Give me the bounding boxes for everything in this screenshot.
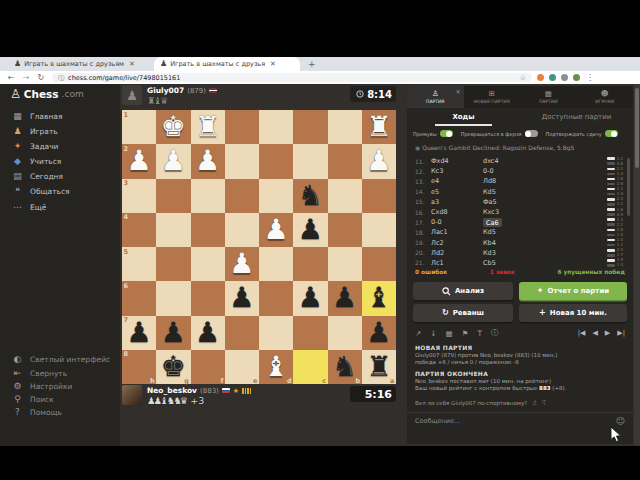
piece-white-pawn-g2[interactable]: ♟ — [156, 144, 190, 178]
square-f2[interactable]: ♟ — [191, 144, 225, 178]
move-time: 1.6 — [607, 208, 623, 212]
square-g8[interactable]: g♚ — [156, 350, 190, 384]
player-avatar[interactable] — [122, 385, 142, 405]
move-number: 11. — [415, 158, 431, 165]
square-c8[interactable]: c — [293, 350, 327, 384]
piece-black-pawn-c4[interactable]: ♟ — [293, 213, 327, 247]
rank-label: 8 — [124, 350, 129, 358]
square-d6[interactable] — [259, 281, 293, 315]
square-c2[interactable] — [293, 144, 327, 178]
chat-divider — [407, 412, 633, 413]
move-row: 15.a3Фa52.41.2 — [407, 197, 633, 207]
sidebar-item-label: Задачи — [30, 142, 59, 151]
screenshot-root: ♟ Играть в шахматы с друзьям ✕ ♟ Играть … — [0, 0, 640, 480]
browser-tab-2-active[interactable]: ♟ Играть в шахматы с друзья ✕ — [154, 57, 300, 71]
square-h3[interactable]: 3 — [122, 179, 156, 213]
toggle-switch[interactable] — [525, 130, 538, 137]
white-move[interactable]: 0-0 — [431, 218, 483, 226]
square-e1[interactable] — [225, 110, 259, 144]
new-game-header: НОВАЯ ПАРТИЯ — [415, 344, 472, 351]
square-c7[interactable] — [293, 316, 327, 350]
move-number: 17. — [415, 219, 431, 226]
search-icon: ⚲ — [12, 395, 23, 404]
move-number: 19. — [415, 239, 431, 246]
move-time: 1.2 — [607, 202, 623, 206]
logo-brand-text: Chess — [24, 88, 59, 100]
text-icon[interactable]: Т — [477, 329, 482, 338]
pawn-logo-icon: ♙ — [10, 87, 21, 101]
captured-pieces-by-white: ♜♝♛ — [147, 96, 167, 106]
browser-toolbar: ← → ↻ ⓘ chess.com/game/live/7498015161 ☆… — [0, 71, 640, 84]
black-move[interactable]: Лd8 — [483, 177, 535, 185]
move-number: 21. — [415, 259, 431, 266]
white-move[interactable]: Фxd4 — [431, 157, 483, 165]
smiley-icon[interactable]: ☺ — [616, 416, 625, 426]
black-clock-time: 5:16 — [365, 388, 392, 401]
square-g2[interactable]: ♟ — [156, 144, 190, 178]
sidebar-item-label: Светлый интерфейс — [30, 355, 110, 364]
square-d7[interactable] — [259, 316, 293, 350]
square-f3[interactable] — [191, 179, 225, 213]
review-stat[interactable]: 6 упущенных побед — [557, 269, 625, 275]
board-image-icon[interactable]: ▦ — [446, 329, 453, 338]
sidebar-item-Задачи[interactable]: ✦Задачи — [12, 139, 59, 153]
game-panel: ♙ПАРТИЯ✕⊞НОВАЯ ПАРТИЯ▦ПАРТИИ☻ИГРОКИ Ходы… — [407, 86, 633, 444]
move-row: 18.Лac1Кd52.81.5 — [407, 227, 633, 237]
site-sidebar: ♙ Chess .com ▦Главная♟Играть✦Задачи◆Учит… — [0, 84, 120, 446]
subtab-Доступные партии[interactable]: Доступные партии — [520, 110, 633, 126]
logo-tld-text: .com — [62, 89, 84, 99]
opponent-bar: ♟ Giuly007 (879) ♜♝♛ 8:14 — [122, 85, 396, 107]
analysis-button[interactable]: Анализ — [413, 282, 513, 300]
toggle-label: Премувы — [413, 131, 437, 137]
panel-subtabs: ХодыДоступные партии — [407, 110, 633, 126]
board-icon: ▦ — [12, 112, 23, 121]
piece-black-bishop-a6[interactable]: ♝ — [362, 281, 396, 315]
sidebar-item-label: Свернуть — [30, 369, 67, 378]
white-move[interactable]: Кc3 — [431, 167, 483, 175]
piece-black-rook-a8[interactable]: ♜ — [362, 350, 396, 384]
today-icon: ▤ — [12, 172, 23, 181]
extension-icon[interactable] — [549, 74, 556, 81]
move-row: 12.Кc30-02.11.4 — [407, 166, 633, 176]
rematch-icon: ↻ — [442, 309, 449, 317]
puzzle-icon: ✦ — [12, 142, 23, 151]
magnifier-icon — [442, 287, 451, 296]
streak-bars-icon — [242, 388, 251, 394]
piece-white-pawn-a2[interactable]: ♟ — [362, 144, 396, 178]
square-h2[interactable]: 2♟ — [122, 144, 156, 178]
sidebar-item-Учиться[interactable]: ◆Учиться — [12, 154, 61, 168]
rank-label: 3 — [124, 179, 129, 187]
bookmark-star-icon[interactable]: ☆ — [520, 74, 526, 82]
piece-white-pawn-h2[interactable]: ♟ — [122, 144, 156, 178]
square-d1[interactable] — [259, 110, 293, 144]
move-times: 1.60.9 — [607, 207, 623, 217]
square-a5[interactable] — [362, 247, 396, 281]
sidebar-item-Общаться[interactable]: ❝Общаться — [12, 184, 70, 198]
square-e5[interactable]: ♟ — [225, 247, 259, 281]
move-row: 19.Лc2Кb41.41.1 — [407, 238, 633, 248]
square-h8[interactable]: 8h — [122, 350, 156, 384]
new-tab-button[interactable]: + — [308, 59, 316, 69]
players-icon: ☻ — [601, 90, 609, 98]
square-f7[interactable]: ♟ — [191, 316, 225, 350]
move-number: 16. — [415, 209, 431, 216]
move-row: 16.Сxd8Кxc31.60.9 — [407, 207, 633, 217]
piece-black-pawn-c6[interactable]: ♟ — [293, 281, 327, 315]
move-times: 2.81.5 — [607, 227, 623, 237]
move-times: 1.91.3 — [607, 258, 623, 268]
piece-black-pawn-b6[interactable]: ♟ — [328, 281, 362, 315]
jump-end-icon[interactable]: ▶| — [617, 329, 625, 337]
opponent-rating: (879) — [187, 87, 206, 95]
piece-black-pawn-a7[interactable]: ♟ — [362, 316, 396, 350]
new-game-line1: Giuly007 (879) против Neo_beskov (883) (… — [415, 352, 625, 358]
sidebar-item-label: Помощь — [30, 408, 62, 417]
piece-black-knight-c3[interactable]: ♞ — [293, 179, 327, 213]
square-d3[interactable] — [259, 179, 293, 213]
file-label: c — [322, 377, 326, 385]
panel-tab-ИГРОКИ[interactable]: ☻ИГРОКИ — [577, 86, 634, 108]
square-e8[interactable]: e — [225, 350, 259, 384]
new-game-button[interactable]: + Новая 10 мин. — [519, 304, 627, 322]
square-f6[interactable] — [191, 281, 225, 315]
move-times: 1.82.6 — [607, 176, 623, 186]
black-move[interactable]: 0-0 — [483, 167, 535, 175]
rank-label: 5 — [124, 248, 129, 256]
move-times: 1.41.1 — [607, 238, 623, 248]
sidebar-item-Настройки[interactable]: ⚙Настройки — [12, 379, 72, 393]
toggle-label: Превращаться в ферзя — [461, 131, 522, 137]
square-a1[interactable]: ♜ — [362, 110, 396, 144]
new-game-line2: победа +8 / ничья 0 / поражение -8 — [415, 359, 625, 365]
opponent-name[interactable]: Giuly007 — [147, 86, 184, 95]
black-move[interactable]: Сa6 — [483, 218, 535, 226]
square-c1[interactable] — [293, 110, 327, 144]
player-bar: Neo_beskov (883) ★ ♟♟♝♞♞♛+3 5:16 — [122, 385, 396, 407]
square-h4[interactable]: 4 — [122, 213, 156, 247]
rank-label: 6 — [124, 282, 129, 290]
lock-icon: ⓘ — [58, 75, 64, 81]
chat-placeholder: Сообщение... — [415, 417, 616, 425]
mouse-cursor — [610, 426, 622, 446]
white-clock-time: 8:14 — [367, 89, 392, 100]
sportsmanship-question: Вел ли себя Giuly007 по-спортивному? — [415, 400, 527, 406]
square-c4[interactable]: ♟ — [293, 213, 327, 247]
square-d8[interactable]: d♝ — [259, 350, 293, 384]
piece-black-pawn-h7[interactable]: ♟ — [122, 316, 156, 350]
panel-toggles: ПремувыПревращаться в ферзяПодтверждать … — [413, 130, 627, 137]
chesscom-logo[interactable]: ♙ Chess .com — [10, 87, 84, 101]
tab-title: Играть в шахматы с друзьям — [24, 60, 124, 68]
reload-icon[interactable]: ↻ — [37, 73, 44, 82]
flag-icon[interactable]: ⚑ — [462, 329, 469, 338]
browser-menu-icon[interactable]: ⋮ — [586, 73, 594, 82]
square-c5[interactable] — [293, 247, 327, 281]
toggle-Превращаться в ферзя: Превращаться в ферзя — [461, 130, 538, 137]
player-name[interactable]: Neo_beskov — [147, 386, 197, 395]
piece-black-pawn-g7[interactable]: ♟ — [156, 316, 190, 350]
square-d5[interactable] — [259, 247, 293, 281]
more-icon: ⋯ — [12, 203, 23, 212]
sidebar-item-Помощь[interactable]: ?Помощь — [12, 405, 62, 419]
black-move[interactable]: Сb5 — [483, 259, 535, 267]
step-back-icon[interactable]: ◀ — [592, 329, 597, 337]
game-over-header: ПАРТИЯ ОКОНЧЕНА — [415, 370, 488, 377]
panel-tab-ПАРТИИ[interactable]: ▦ПАРТИИ — [520, 86, 577, 108]
square-c3[interactable]: ♞ — [293, 179, 327, 213]
move-list-scrollbar[interactable] — [627, 158, 630, 216]
square-a4[interactable] — [362, 213, 396, 247]
sidebar-item-label: Поиск — [30, 395, 54, 404]
grid-icon: ▦ — [545, 90, 552, 98]
player-rating: (883) — [200, 387, 219, 395]
square-a2[interactable]: ♟ — [362, 144, 396, 178]
toggle-label: Подтверждать сдачу — [546, 131, 602, 137]
chat-input[interactable]: Сообщение... ☺ — [415, 416, 625, 426]
forward-icon[interactable]: → — [23, 73, 30, 82]
square-g6[interactable] — [156, 281, 190, 315]
move-row: 14.e5Кd51.11.9 — [407, 187, 633, 197]
black-move[interactable]: Кb4 — [483, 239, 535, 247]
rematch-button[interactable]: ↻ Реванш — [413, 304, 513, 322]
white-clock: 8:14 — [350, 86, 396, 102]
square-e2[interactable] — [225, 144, 259, 178]
piece-black-pawn-e6[interactable]: ♟ — [225, 281, 259, 315]
page-scrollbar[interactable] — [634, 84, 640, 446]
sidebar-item-label: Настройки — [30, 382, 72, 391]
rank-label: 1 — [124, 111, 129, 119]
sidebar-item-label: Главная — [30, 112, 62, 121]
black-move[interactable]: Кd5 — [483, 188, 535, 196]
white-move[interactable]: a3 — [431, 198, 483, 206]
move-number: 18. — [415, 229, 431, 236]
square-h6[interactable]: 6 — [122, 281, 156, 315]
square-b6[interactable]: ♟ — [328, 281, 362, 315]
black-move[interactable]: Кxc3 — [483, 208, 535, 216]
square-f1[interactable]: ♜ — [191, 110, 225, 144]
square-g7[interactable]: ♟ — [156, 316, 190, 350]
piece-black-king-g8[interactable]: ♚ — [156, 350, 190, 384]
chess-favicon: ♟ — [14, 60, 21, 68]
square-e6[interactable]: ♟ — [225, 281, 259, 315]
piece-white-rook-a1[interactable]: ♜ — [362, 110, 396, 144]
opening-name[interactable]: ◉ Queen's Gambit Declined: Ragozin Defen… — [415, 144, 625, 151]
square-d4[interactable]: ♟ — [259, 213, 293, 247]
sportsmanship-row: Вел ли себя Giuly007 по-спортивному? ☝ ☟ — [415, 399, 546, 407]
back-icon[interactable]: ← — [8, 73, 15, 82]
move-times: 1.32.2 — [607, 217, 623, 227]
panel-tab-ПАРТИЯ[interactable]: ♙ПАРТИЯ✕ — [407, 86, 464, 108]
square-f8[interactable]: f — [191, 350, 225, 384]
tab-close-icon[interactable]: ✕ — [455, 88, 460, 95]
pawn-icon: ♙ — [432, 90, 439, 98]
panel-tab-label: ИГРОКИ — [595, 99, 614, 104]
tab-close-icon[interactable]: ✕ — [270, 60, 276, 68]
move-row: 13.e4Лd81.82.6 — [407, 176, 633, 186]
address-bar[interactable]: ⓘ chess.com/game/live/7498015161 ☆ — [52, 73, 532, 82]
file-label: e — [253, 377, 257, 385]
square-g1[interactable]: ♚ — [156, 110, 190, 144]
sidebar-item-label: Играть — [30, 127, 58, 136]
profile-avatar[interactable] — [573, 74, 580, 81]
game-review-stats: 0 ошибок1 зевок6 упущенных побед — [415, 269, 625, 275]
square-b3[interactable] — [328, 179, 362, 213]
plus-board-icon: ⊞ — [489, 90, 495, 98]
review-stat[interactable]: 1 зевок — [490, 269, 515, 275]
white-move[interactable]: Лd2 — [431, 249, 483, 257]
sidebar-item-Поиск[interactable]: ⚲Поиск — [12, 392, 54, 406]
chesscom-page: ♙ Chess .com ▦Главная♟Играть✦Задачи◆Учит… — [0, 84, 640, 446]
square-b8[interactable]: b♞ — [328, 350, 362, 384]
sidebar-item-label: Ещё — [30, 203, 46, 212]
move-time: 0.9 — [607, 213, 623, 217]
sidebar-item-Ещё[interactable]: ⋯Ещё — [12, 200, 46, 214]
file-label: h — [150, 377, 155, 385]
square-b2[interactable] — [328, 144, 362, 178]
black-move[interactable]: Фa5 — [483, 198, 535, 206]
report-key-icon: ✦ — [537, 287, 544, 295]
square-e7[interactable] — [225, 316, 259, 350]
square-c6[interactable]: ♟ — [293, 281, 327, 315]
material-advantage: +3 — [190, 396, 204, 406]
piece-white-pawn-d4[interactable]: ♟ — [259, 213, 293, 247]
square-g3[interactable] — [156, 179, 190, 213]
jump-start-icon[interactable]: |◀ — [578, 329, 586, 337]
info-icon[interactable]: ⓘ — [491, 328, 499, 338]
square-h5[interactable]: 5 — [122, 247, 156, 281]
settings-icon: ⚙ — [12, 382, 23, 391]
plus-icon: + — [539, 309, 546, 317]
square-a7[interactable]: ♟ — [362, 316, 396, 350]
captured-q-icon: ♛ — [160, 96, 167, 106]
social-icon: ❝ — [12, 187, 23, 196]
piece-black-knight-b8[interactable]: ♞ — [328, 350, 362, 384]
square-f4[interactable] — [191, 213, 225, 247]
step-forward-icon[interactable]: ▶ — [605, 329, 610, 337]
square-d2[interactable] — [259, 144, 293, 178]
opponent-avatar[interactable]: ♟ — [122, 85, 142, 105]
share-playback-row: ↗ ↓ ▦ ⚑ Т ⓘ |◀ ◀ ▶ ▶| — [415, 328, 625, 338]
move-list: 11.Фxd4dxc41.20.812.Кc30-02.11.413.e4Лd8… — [407, 156, 633, 268]
square-f5[interactable] — [191, 247, 225, 281]
piece-black-pawn-f7[interactable]: ♟ — [191, 316, 225, 350]
piece-white-bishop-d8[interactable]: ♝ — [259, 350, 293, 384]
white-move[interactable]: e4 — [431, 177, 483, 185]
square-a3[interactable] — [362, 179, 396, 213]
download-icon[interactable]: ↓ — [430, 329, 436, 338]
square-g4[interactable] — [156, 213, 190, 247]
square-a8[interactable]: a♜ — [362, 350, 396, 384]
move-number: 20. — [415, 249, 431, 256]
piece-white-king-g1[interactable]: ♚ — [156, 110, 190, 144]
square-e3[interactable] — [225, 179, 259, 213]
square-b7[interactable] — [328, 316, 362, 350]
square-b4[interactable] — [328, 213, 362, 247]
move-time: 0.8 — [607, 162, 623, 166]
square-h7[interactable]: 7♟ — [122, 316, 156, 350]
url-text: chess.com/game/live/7498015161 — [68, 74, 516, 82]
subtab-Ходы[interactable]: Ходы — [407, 110, 520, 126]
move-number: 14. — [415, 188, 431, 195]
tab-title: Играть в шахматы с друзья — [170, 60, 265, 68]
move-row: 20.Лd2Кd32.31.7 — [407, 248, 633, 258]
move-times: 2.41.2 — [607, 197, 623, 207]
chess-favicon: ♟ — [160, 60, 167, 68]
piece-white-pawn-f2[interactable]: ♟ — [191, 144, 225, 178]
browser-tab-1[interactable]: ♟ Играть в шахматы с друзьям ✕ — [8, 57, 152, 71]
sidebar-item-Главная[interactable]: ▦Главная — [12, 109, 62, 123]
panel-tabs: ♙ПАРТИЯ✕⊞НОВАЯ ПАРТИЯ▦ПАРТИИ☻ИГРОКИ — [407, 86, 633, 108]
move-row: 17.0-0Сa61.32.2 — [407, 217, 633, 227]
square-e4[interactable] — [225, 213, 259, 247]
sidebar-item-label: Учиться — [30, 157, 61, 166]
sidebar-item-Играть[interactable]: ♟Играть — [12, 124, 58, 138]
square-h1[interactable]: 1 — [122, 110, 156, 144]
extension-icon[interactable] — [537, 74, 544, 81]
thumbs-up-icon[interactable]: ☝ — [532, 399, 536, 407]
review-stat[interactable]: 0 ошибок — [415, 269, 447, 275]
toggle-switch[interactable] — [440, 130, 453, 137]
piece-white-pawn-e5[interactable]: ♟ — [225, 247, 259, 281]
move-time: 1.3 — [607, 263, 623, 267]
square-a6[interactable]: ♝ — [362, 281, 396, 315]
sidebar-item-Свернуть[interactable]: ⇤Свернуть — [12, 366, 67, 380]
game-report-button[interactable]: ✦ Отчет о партии — [519, 282, 627, 300]
theme-icon: ◐ — [12, 355, 23, 364]
square-g5[interactable] — [156, 247, 190, 281]
panel-tab-label: ПАРТИИ — [539, 99, 558, 104]
tab-close-icon[interactable]: ✕ — [129, 60, 135, 68]
toggle-switch[interactable] — [605, 130, 618, 137]
thumbs-down-icon[interactable]: ☟ — [541, 399, 545, 407]
white-move[interactable]: Лc2 — [431, 239, 483, 247]
black-move[interactable]: Кd5 — [483, 228, 535, 236]
piece-white-rook-f1[interactable]: ♜ — [191, 110, 225, 144]
share-icon[interactable]: ↗ — [415, 329, 421, 338]
clock-icon — [356, 90, 364, 98]
sidebar-item-Светлый интерфейс[interactable]: ◐Светлый интерфейс — [12, 352, 110, 366]
white-move[interactable]: Сxd8 — [431, 208, 483, 216]
play-icon: ♟ — [12, 127, 23, 136]
sidebar-item-Сегодня[interactable]: ▤Сегодня — [12, 169, 63, 183]
membership-star-icon: ★ — [233, 387, 239, 395]
move-times: 1.20.8 — [607, 156, 623, 166]
panel-tab-label: НОВАЯ ПАРТИЯ — [474, 99, 510, 104]
panel-tab-label: ПАРТИЯ — [426, 99, 444, 104]
chess-board[interactable]: 1♚♜♜2♟♟♟♟3♞4♟♟5♟6♟♟♟♝7♟♟♟♟8hg♚fed♝cb♞a♜ — [122, 110, 396, 384]
file-label: f — [220, 377, 223, 385]
move-row: 21.Лc1Сb51.91.3 — [407, 258, 633, 268]
black-move[interactable]: dxc4 — [483, 157, 535, 165]
rank-label: 4 — [124, 213, 129, 221]
toggle-Премувы: Премувы — [413, 130, 453, 137]
captured-q-icon: ♛ — [180, 396, 187, 406]
white-move[interactable]: Лc1 — [431, 259, 483, 267]
puzzle-extensions-icon[interactable] — [561, 74, 568, 81]
white-move[interactable]: Лac1 — [431, 228, 483, 236]
black-move[interactable]: Кd3 — [483, 249, 535, 257]
move-times: 1.11.9 — [607, 187, 623, 197]
square-b1[interactable] — [328, 110, 362, 144]
browser-tab-strip: ♟ Играть в шахматы с друзьям ✕ ♟ Играть … — [0, 57, 640, 71]
square-b5[interactable] — [328, 247, 362, 281]
panel-tab-НОВАЯ ПАРТИЯ[interactable]: ⊞НОВАЯ ПАРТИЯ — [464, 86, 521, 108]
toggle-Подтверждать сдачу: Подтверждать сдачу — [546, 130, 618, 137]
move-number: 15. — [415, 198, 431, 205]
white-move[interactable]: e5 — [431, 188, 483, 196]
